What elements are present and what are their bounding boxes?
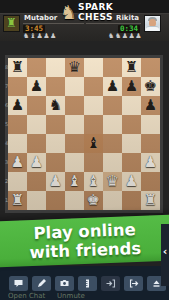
square-b5[interactable] <box>27 115 46 134</box>
square-g8[interactable]: ♜ <box>122 58 141 77</box>
play-online-banner[interactable]: Play online with friends <box>0 214 169 267</box>
black-bishop-piece[interactable]: ♝ <box>87 134 100 153</box>
black-pawn-piece[interactable]: ♟ <box>11 96 24 115</box>
rank-label-2: 2 <box>5 179 8 184</box>
rank-label-3: 3 <box>5 160 8 165</box>
square-f5[interactable] <box>103 115 122 134</box>
square-b2[interactable] <box>27 172 46 191</box>
rank-label-1: 1 <box>5 198 8 203</box>
square-g4[interactable] <box>122 134 141 153</box>
square-h3[interactable]: ♟ <box>141 153 160 172</box>
square-c3[interactable] <box>46 153 65 172</box>
black-captured-pieces: ♞♞♟♟♟ <box>108 33 142 40</box>
square-h2[interactable] <box>141 172 160 191</box>
square-a4[interactable] <box>8 134 27 153</box>
sign-in-button[interactable] <box>101 276 120 291</box>
square-a5[interactable] <box>8 115 27 134</box>
square-h7[interactable]: ♚ <box>141 77 160 96</box>
square-f7[interactable]: ♟ <box>103 77 122 96</box>
square-f6[interactable] <box>103 96 122 115</box>
square-h4[interactable] <box>141 134 160 153</box>
chess-board[interactable]: ♜♛♜♟♟♟♚♟♞♟♝♟♟♟♟♝♝♛♟♜♚♜87654321 <box>8 58 160 210</box>
square-d4[interactable] <box>65 134 84 153</box>
white-rook-piece[interactable]: ♜ <box>11 191 24 210</box>
sign-out-icon <box>128 278 139 289</box>
square-e2[interactable]: ♝ <box>84 172 103 191</box>
square-d8[interactable]: ♛ <box>65 58 84 77</box>
white-pawn-piece[interactable]: ♟ <box>30 153 43 172</box>
white-pawn-piece[interactable]: ♟ <box>144 153 157 172</box>
square-g1[interactable] <box>122 191 141 210</box>
side-panel-handle[interactable]: ‹ <box>161 224 169 286</box>
rank-label-5: 5 <box>5 122 8 127</box>
logo-text-chess: CHESS <box>78 12 113 22</box>
black-rook-piece[interactable]: ♜ <box>125 58 138 77</box>
square-d5[interactable] <box>65 115 84 134</box>
square-b3[interactable]: ♟ <box>27 153 46 172</box>
square-e3[interactable] <box>84 153 103 172</box>
square-b7[interactable]: ♟ <box>27 77 46 96</box>
white-pawn-piece[interactable]: ♟ <box>49 172 62 191</box>
square-a3[interactable]: ♟ <box>8 153 27 172</box>
app-logo: ♞ SPARK CHESS <box>60 0 113 24</box>
square-f1[interactable] <box>103 191 122 210</box>
pencil-button[interactable] <box>32 276 51 291</box>
square-d6[interactable] <box>65 96 84 115</box>
square-e8[interactable] <box>84 58 103 77</box>
square-d3[interactable] <box>65 153 84 172</box>
square-b8[interactable] <box>27 58 46 77</box>
square-e5[interactable] <box>84 115 103 134</box>
square-a6[interactable]: ♟ <box>8 96 27 115</box>
sparkchess-app: ♞ SPARK CHESS ♜ Mutabor 3:45 ♞♝♟♟♟ Rikit… <box>0 0 169 300</box>
square-f8[interactable] <box>103 58 122 77</box>
black-pawn-piece[interactable]: ♟ <box>125 77 138 96</box>
square-f3[interactable] <box>103 153 122 172</box>
square-a7[interactable] <box>8 77 27 96</box>
square-f4[interactable] <box>103 134 122 153</box>
black-player-avatar <box>144 15 161 32</box>
ruler-button[interactable] <box>78 276 97 291</box>
black-player-name: Rikita <box>116 14 139 23</box>
square-h6[interactable]: ♟ <box>141 96 160 115</box>
white-player-avatar: ♜ <box>3 15 20 32</box>
square-e7[interactable] <box>84 77 103 96</box>
square-a2[interactable] <box>8 172 27 191</box>
square-d7[interactable] <box>65 77 84 96</box>
open-chat-label: Open Chat <box>8 292 45 300</box>
chat-icon <box>13 278 24 289</box>
rank-label-4: 4 <box>5 141 8 146</box>
square-g5[interactable] <box>122 115 141 134</box>
camera-button[interactable] <box>55 276 74 291</box>
white-king-piece[interactable]: ♚ <box>87 191 100 210</box>
black-pawn-piece[interactable]: ♟ <box>30 77 43 96</box>
square-c6[interactable]: ♞ <box>46 96 65 115</box>
square-c8[interactable] <box>46 58 65 77</box>
banner-line2: with friends <box>29 239 141 262</box>
square-a1[interactable]: ♜ <box>8 191 27 210</box>
square-g7[interactable]: ♟ <box>122 77 141 96</box>
sign-in-icon <box>105 278 116 289</box>
square-c2[interactable]: ♟ <box>46 172 65 191</box>
square-e4[interactable]: ♝ <box>84 134 103 153</box>
chevron-left-icon: ‹ <box>163 246 168 257</box>
square-b1[interactable] <box>27 191 46 210</box>
white-rook-piece[interactable]: ♜ <box>144 191 157 210</box>
square-g2[interactable]: ♟ <box>122 172 141 191</box>
white-pawn-piece[interactable]: ♟ <box>11 153 24 172</box>
square-b4[interactable] <box>27 134 46 153</box>
square-e6[interactable] <box>84 96 103 115</box>
square-g3[interactable] <box>122 153 141 172</box>
camera-icon <box>59 278 70 289</box>
square-c4[interactable] <box>46 134 65 153</box>
pencil-icon <box>36 278 47 289</box>
green-rook-avatar-icon: ♜ <box>6 16 17 31</box>
square-h1[interactable]: ♜ <box>141 191 160 210</box>
square-d1[interactable] <box>65 191 84 210</box>
square-d2[interactable]: ♝ <box>65 172 84 191</box>
square-c1[interactable] <box>46 191 65 210</box>
square-h8[interactable] <box>141 58 160 77</box>
square-h5[interactable] <box>141 115 160 134</box>
white-captured-pieces: ♞♝♟♟♟ <box>23 33 57 40</box>
black-pawn-piece[interactable]: ♟ <box>144 96 157 115</box>
square-c5[interactable] <box>46 115 65 134</box>
board-frame: ♜♛♜♟♟♟♚♟♞♟♝♟♟♟♟♝♝♛♟♜♚♜87654321 <box>5 55 163 213</box>
sign-out-button[interactable] <box>124 276 143 291</box>
black-rook-piece[interactable]: ♜ <box>11 58 24 77</box>
knight-icon: ♞ <box>60 0 77 24</box>
square-f2[interactable]: ♛ <box>103 172 122 191</box>
chat-button[interactable] <box>9 276 28 291</box>
black-pawn-piece[interactable]: ♟ <box>106 77 119 96</box>
white-queen-piece[interactable]: ♛ <box>106 172 119 191</box>
square-a8[interactable]: ♜ <box>8 58 27 77</box>
avatar-shirt <box>146 26 159 31</box>
black-queen-piece[interactable]: ♛ <box>68 58 81 77</box>
rank-label-8: 8 <box>5 65 8 70</box>
white-bishop-piece[interactable]: ♝ <box>68 172 81 191</box>
square-e1[interactable]: ♚ <box>84 191 103 210</box>
black-king-piece[interactable]: ♚ <box>144 77 157 96</box>
rank-label-7: 7 <box>5 84 8 89</box>
logo-text-spark: SPARK <box>78 2 113 12</box>
square-c7[interactable] <box>46 77 65 96</box>
white-player-name: Mutabor <box>24 14 57 23</box>
white-bishop-piece[interactable]: ♝ <box>87 172 100 191</box>
white-pawn-piece[interactable]: ♟ <box>125 172 138 191</box>
rank-label-6: 6 <box>5 103 8 108</box>
square-b6[interactable] <box>27 96 46 115</box>
black-knight-piece[interactable]: ♞ <box>49 96 62 115</box>
unmute-label: Unmute <box>57 292 85 300</box>
ruler-icon <box>82 278 93 289</box>
square-g6[interactable] <box>122 96 141 115</box>
